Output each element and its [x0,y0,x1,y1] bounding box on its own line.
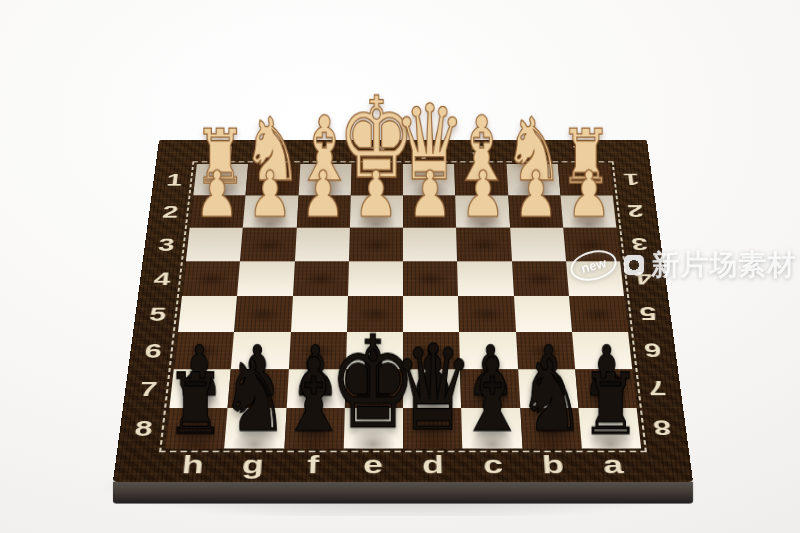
file-label-e: e [351,140,403,163]
square-h2[interactable]: ♟ [190,195,246,227]
square-e3[interactable] [349,228,403,262]
square-g5[interactable] [234,296,292,332]
rank-label-7: 7 [633,369,682,408]
file-label-b: b [522,449,584,481]
rank-label-1: 1 [153,164,196,195]
square-g4[interactable] [237,261,294,296]
file-label-a: a [556,140,609,163]
rank-label-2: 2 [148,195,192,227]
file-label-f: f [300,140,352,163]
file-label-h: h [161,449,224,481]
square-b2[interactable]: ♟ [508,195,563,227]
piece-black-queen[interactable]: ♛ [392,332,474,444]
piece-white-pawn[interactable]: ♟ [514,164,558,224]
piece-black-knight[interactable]: ♞ [517,350,586,444]
watermark-new-badge: new [567,245,620,285]
square-b3[interactable] [510,228,566,262]
square-d3[interactable] [403,228,457,262]
rank-label-1: 1 [610,164,653,195]
watermark: new 新片场素材 [570,246,796,284]
square-e2[interactable]: ♟ [350,195,403,227]
square-g2[interactable]: ♟ [243,195,298,227]
square-f8[interactable]: ♝ [284,408,345,448]
square-d8[interactable]: ♛ [403,408,463,448]
file-label-d: d [403,140,455,163]
piece-black-bishop[interactable]: ♝ [279,348,350,445]
piece-black-rook[interactable]: ♜ [165,364,224,445]
piece-white-pawn[interactable]: ♟ [248,164,292,224]
square-h5[interactable] [178,296,237,332]
square-g3[interactable] [240,228,296,262]
file-label-g: g [222,449,284,481]
square-h3[interactable] [186,228,243,262]
square-d4[interactable] [403,261,458,296]
photo-scene: 12345678 12345678 hgfedcba hgfedcba ♜♞♝♚… [0,0,800,533]
square-a5[interactable] [569,296,628,332]
square-g8[interactable]: ♞ [224,408,286,448]
file-label-a: a [582,449,645,481]
file-label-c: c [454,140,506,163]
rank-label-8: 8 [119,408,169,448]
square-e4[interactable] [348,261,403,296]
watermark-text: 新片场素材 [651,246,796,284]
rank-label-2: 2 [614,195,658,227]
file-label-b: b [505,140,558,163]
square-h8[interactable]: ♜ [165,408,228,448]
piece-white-pawn[interactable]: ♟ [408,164,452,224]
board-grid: ♜♞♝♚♛♝♞♜♟♟♟♟♟♟♟♟♟♟♟♟♟♟♟♟♜♞♝♚♛♝♞♜ [165,164,641,448]
rank-label-4: 4 [139,261,185,296]
square-f3[interactable] [294,228,349,262]
piece-black-knight[interactable]: ♞ [220,350,289,444]
file-label-e: e [343,449,403,481]
file-label-f: f [282,449,343,481]
piece-white-pawn[interactable]: ♟ [301,164,345,224]
file-labels-bottom: hgfedcba [161,449,645,481]
square-f4[interactable] [293,261,349,296]
rank-label-8: 8 [638,408,688,448]
rank-label-3: 3 [144,228,189,262]
square-c3[interactable] [456,228,511,262]
file-label-d: d [403,449,463,481]
piece-white-pawn[interactable]: ♟ [195,164,239,224]
file-label-h: h [197,140,250,163]
square-a2[interactable]: ♟ [560,195,616,227]
square-b8[interactable]: ♞ [520,408,582,448]
piece-white-pawn[interactable]: ♟ [567,164,611,224]
square-c2[interactable]: ♟ [455,195,509,227]
file-labels-top: hgfedcba [197,140,609,163]
chess-board: 12345678 12345678 hgfedcba hgfedcba ♜♞♝♚… [113,140,693,482]
file-label-g: g [248,140,301,163]
piece-black-rook[interactable]: ♜ [582,364,641,445]
square-c4[interactable] [457,261,513,296]
square-b4[interactable] [512,261,569,296]
file-label-c: c [463,449,524,481]
square-h4[interactable] [182,261,240,296]
rank-label-5: 5 [625,296,672,332]
square-a8[interactable]: ♜ [578,408,641,448]
square-b5[interactable] [514,296,572,332]
piece-white-pawn[interactable]: ♟ [354,164,398,224]
square-d2[interactable]: ♟ [403,195,456,227]
board-front-edge [113,482,693,504]
watermark-logo-icon [624,255,644,275]
piece-white-pawn[interactable]: ♟ [461,164,505,224]
square-f2[interactable]: ♟ [296,195,350,227]
rank-label-5: 5 [134,296,181,332]
